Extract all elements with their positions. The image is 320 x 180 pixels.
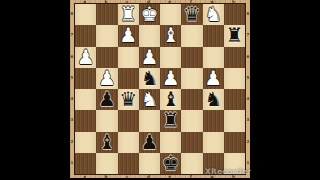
coord-label: 4 — [246, 88, 250, 109]
coord-label: 8 — [246, 3, 250, 24]
coord-label: e — [159, 175, 180, 178]
black-pawn-b4: ♟ — [98, 89, 116, 110]
square-h8 — [224, 4, 245, 25]
white-pawn-e5: ♟ — [162, 68, 180, 89]
white-pawn-g5: ♟ — [204, 68, 222, 89]
black-knight-d5: ♞ — [140, 68, 158, 89]
white-pawn-c7: ♟ — [119, 25, 137, 46]
square-a5 — [75, 68, 96, 89]
rank-labels-right: 87654321 — [246, 3, 250, 173]
square-b6 — [96, 47, 117, 68]
square-c3 — [118, 110, 139, 131]
square-f6 — [181, 47, 202, 68]
square-d7 — [139, 25, 160, 46]
white-pawn-b5: ♟ — [98, 68, 116, 89]
square-a8 — [75, 4, 96, 25]
black-bishop-b2: ♝ — [98, 132, 116, 153]
square-c6 — [118, 47, 139, 68]
white-pawn-d6: ♟ — [140, 47, 158, 68]
black-king-e1: ♚ — [162, 153, 180, 174]
square-d2: ♟ — [139, 132, 160, 153]
coord-label: d — [138, 175, 159, 178]
square-a3 — [75, 110, 96, 131]
coord-label: c — [117, 175, 138, 178]
coord-label: 5 — [246, 67, 250, 88]
square-f4 — [181, 89, 202, 110]
square-h5 — [224, 68, 245, 89]
coord-label: 3 — [246, 109, 250, 130]
square-g5: ♟ — [203, 68, 224, 89]
square-d1 — [139, 153, 160, 174]
square-d8: ♚ — [139, 4, 160, 25]
square-e4: ♝ — [160, 89, 181, 110]
square-b4: ♟ — [96, 89, 117, 110]
square-c8: ♜ — [118, 4, 139, 25]
square-f3 — [181, 110, 202, 131]
black-pawn-d2: ♟ — [140, 132, 158, 153]
square-e8 — [160, 4, 181, 25]
white-pawn-a6: ♟ — [77, 47, 95, 68]
square-f7 — [181, 25, 202, 46]
square-d3 — [139, 110, 160, 131]
xrecorder-watermark: XRecorder — [205, 167, 251, 176]
square-g6 — [203, 47, 224, 68]
square-b8 — [96, 4, 117, 25]
square-h4 — [224, 89, 245, 110]
square-e6 — [160, 47, 181, 68]
board-frame: abcdefgh abcdefgh 87654321 87654321 ♜♚♛♞… — [70, 0, 250, 178]
square-b2: ♝ — [96, 132, 117, 153]
square-e3: ♜ — [160, 110, 181, 131]
square-f2 — [181, 132, 202, 153]
square-f1 — [181, 153, 202, 174]
square-f8: ♛ — [181, 4, 202, 25]
white-bishop-e7: ♝ — [162, 25, 180, 46]
square-h3 — [224, 110, 245, 131]
square-e7: ♝ — [160, 25, 181, 46]
square-c5 — [118, 68, 139, 89]
black-rook-e3: ♜ — [162, 110, 180, 131]
square-f5 — [181, 68, 202, 89]
square-d6: ♟ — [139, 47, 160, 68]
square-c4: ♛ — [118, 89, 139, 110]
square-a4 — [75, 89, 96, 110]
coord-label: 2 — [246, 131, 250, 152]
white-rook-c8: ♜ — [119, 4, 137, 25]
coord-label: a — [74, 175, 95, 178]
square-g2 — [203, 132, 224, 153]
square-b7 — [96, 25, 117, 46]
square-h2 — [224, 132, 245, 153]
black-rook-h7: ♜ — [225, 25, 243, 46]
square-b3 — [96, 110, 117, 131]
square-a1 — [75, 153, 96, 174]
black-knight-g4: ♞ — [204, 89, 222, 110]
square-b5: ♟ — [96, 68, 117, 89]
chess-board: ♜♚♛♞♟♝♜♟♟♟♞♟♟♟♛♞♝♞♜♝♟♚ — [75, 4, 245, 174]
square-e1: ♚ — [160, 153, 181, 174]
square-c2 — [118, 132, 139, 153]
square-d5: ♞ — [139, 68, 160, 89]
square-g7 — [203, 25, 224, 46]
square-g8: ♞ — [203, 4, 224, 25]
coord-label: 6 — [246, 46, 250, 67]
square-g3 — [203, 110, 224, 131]
square-e5: ♟ — [160, 68, 181, 89]
square-a2 — [75, 132, 96, 153]
square-h7: ♜ — [224, 25, 245, 46]
white-knight-d4: ♞ — [140, 89, 158, 110]
board-border: ♜♚♛♞♟♝♜♟♟♟♞♟♟♟♛♞♝♞♜♝♟♚ — [74, 3, 246, 175]
square-c1 — [118, 153, 139, 174]
coord-label: f — [180, 175, 201, 178]
square-h6 — [224, 47, 245, 68]
square-e2 — [160, 132, 181, 153]
coord-label: 7 — [246, 24, 250, 45]
black-bishop-e4: ♝ — [162, 89, 180, 110]
white-king-d8: ♚ — [140, 4, 158, 25]
coord-label: b — [95, 175, 116, 178]
square-c7: ♟ — [118, 25, 139, 46]
square-a7 — [75, 25, 96, 46]
black-queen-f8: ♛ — [183, 4, 201, 25]
square-d4: ♞ — [139, 89, 160, 110]
square-g4: ♞ — [203, 89, 224, 110]
square-a6: ♟ — [75, 47, 96, 68]
white-knight-g8: ♞ — [204, 4, 222, 25]
black-queen-c4: ♛ — [119, 89, 137, 110]
square-b1 — [96, 153, 117, 174]
